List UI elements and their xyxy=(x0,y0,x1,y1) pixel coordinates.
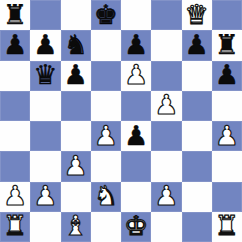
square-b1[interactable] xyxy=(30,212,60,242)
square-f7[interactable] xyxy=(151,30,181,60)
square-a5[interactable] xyxy=(0,91,30,121)
square-a3[interactable] xyxy=(0,151,30,181)
square-c8[interactable] xyxy=(61,0,91,30)
square-e1[interactable]: ♚ xyxy=(121,212,151,242)
square-h4[interactable]: ♟ xyxy=(212,121,242,151)
square-b7[interactable]: ♟ xyxy=(30,30,60,60)
square-c2[interactable] xyxy=(61,182,91,212)
square-c4[interactable] xyxy=(61,121,91,151)
square-h8[interactable] xyxy=(212,0,242,30)
square-g2[interactable] xyxy=(182,182,212,212)
piece-black-knight[interactable]: ♞ xyxy=(64,31,88,58)
square-d4[interactable]: ♟ xyxy=(91,121,121,151)
piece-white-queen[interactable]: ♛ xyxy=(185,1,209,28)
square-c7[interactable]: ♞ xyxy=(61,30,91,60)
piece-white-rook[interactable]: ♜ xyxy=(3,212,27,239)
square-b3[interactable] xyxy=(30,151,60,181)
square-c3[interactable]: ♟ xyxy=(61,151,91,181)
square-e3[interactable] xyxy=(121,151,151,181)
piece-white-pawn[interactable]: ♟ xyxy=(154,91,178,118)
piece-black-pawn[interactable]: ♟ xyxy=(185,31,209,58)
piece-black-queen[interactable]: ♛ xyxy=(33,61,57,88)
square-h5[interactable] xyxy=(212,91,242,121)
square-f4[interactable] xyxy=(151,121,181,151)
square-h7[interactable]: ♜ xyxy=(212,30,242,60)
square-c1[interactable]: ♝ xyxy=(61,212,91,242)
square-c6[interactable]: ♟ xyxy=(61,61,91,91)
piece-black-rook[interactable]: ♜ xyxy=(215,31,239,58)
piece-white-pawn[interactable]: ♟ xyxy=(94,122,118,149)
square-e8[interactable] xyxy=(121,0,151,30)
square-f1[interactable] xyxy=(151,212,181,242)
square-g3[interactable] xyxy=(182,151,212,181)
square-g1[interactable] xyxy=(182,212,212,242)
piece-black-pawn[interactable]: ♟ xyxy=(33,31,57,58)
chess-board-container: ♜♚♛♟♟♞♟♟♜♛♟♟♟♟♟♟♟♟♟♟♞♟♜♝♚♜ xyxy=(0,0,242,242)
square-f8[interactable] xyxy=(151,0,181,30)
square-f5[interactable]: ♟ xyxy=(151,91,181,121)
chess-board: ♜♚♛♟♟♞♟♟♜♛♟♟♟♟♟♟♟♟♟♟♞♟♜♝♚♜ xyxy=(0,0,242,242)
square-g4[interactable] xyxy=(182,121,212,151)
square-c5[interactable] xyxy=(61,91,91,121)
piece-white-pawn[interactable]: ♟ xyxy=(154,182,178,209)
piece-white-pawn[interactable]: ♟ xyxy=(64,152,88,179)
square-b6[interactable]: ♛ xyxy=(30,61,60,91)
piece-black-pawn[interactable]: ♟ xyxy=(3,31,27,58)
square-a4[interactable] xyxy=(0,121,30,151)
square-d3[interactable] xyxy=(91,151,121,181)
square-g8[interactable]: ♛ xyxy=(182,0,212,30)
square-h6[interactable]: ♟ xyxy=(212,61,242,91)
square-a7[interactable]: ♟ xyxy=(0,30,30,60)
square-b5[interactable] xyxy=(30,91,60,121)
square-b2[interactable]: ♟ xyxy=(30,182,60,212)
piece-white-rook[interactable]: ♜ xyxy=(215,212,239,239)
piece-black-pawn[interactable]: ♟ xyxy=(215,61,239,88)
square-a6[interactable] xyxy=(0,61,30,91)
square-g6[interactable] xyxy=(182,61,212,91)
square-f2[interactable]: ♟ xyxy=(151,182,181,212)
piece-white-king[interactable]: ♚ xyxy=(124,212,148,239)
piece-black-pawn[interactable]: ♟ xyxy=(124,122,148,149)
square-e7[interactable]: ♟ xyxy=(121,30,151,60)
piece-white-pawn[interactable]: ♟ xyxy=(215,122,239,149)
square-f3[interactable] xyxy=(151,151,181,181)
square-a1[interactable]: ♜ xyxy=(0,212,30,242)
square-h3[interactable] xyxy=(212,151,242,181)
square-d2[interactable]: ♞ xyxy=(91,182,121,212)
piece-white-bishop[interactable]: ♝ xyxy=(64,212,88,239)
square-h1[interactable]: ♜ xyxy=(212,212,242,242)
square-d1[interactable] xyxy=(91,212,121,242)
piece-white-pawn[interactable]: ♟ xyxy=(3,182,27,209)
square-d5[interactable] xyxy=(91,91,121,121)
piece-black-pawn[interactable]: ♟ xyxy=(64,61,88,88)
square-e5[interactable] xyxy=(121,91,151,121)
square-a8[interactable]: ♜ xyxy=(0,0,30,30)
piece-black-rook[interactable]: ♜ xyxy=(3,1,27,28)
square-f6[interactable] xyxy=(151,61,181,91)
piece-white-pawn[interactable]: ♟ xyxy=(33,182,57,209)
square-e4[interactable]: ♟ xyxy=(121,121,151,151)
square-b4[interactable] xyxy=(30,121,60,151)
square-d8[interactable]: ♚ xyxy=(91,0,121,30)
square-a2[interactable]: ♟ xyxy=(0,182,30,212)
square-g7[interactable]: ♟ xyxy=(182,30,212,60)
piece-black-king[interactable]: ♚ xyxy=(94,1,118,28)
square-d6[interactable] xyxy=(91,61,121,91)
square-e6[interactable]: ♟ xyxy=(121,61,151,91)
square-b8[interactable] xyxy=(30,0,60,30)
square-d7[interactable] xyxy=(91,30,121,60)
piece-black-pawn[interactable]: ♟ xyxy=(124,31,148,58)
square-g5[interactable] xyxy=(182,91,212,121)
piece-white-pawn[interactable]: ♟ xyxy=(124,61,148,88)
piece-white-knight[interactable]: ♞ xyxy=(94,182,118,209)
square-h2[interactable] xyxy=(212,182,242,212)
square-e2[interactable] xyxy=(121,182,151,212)
